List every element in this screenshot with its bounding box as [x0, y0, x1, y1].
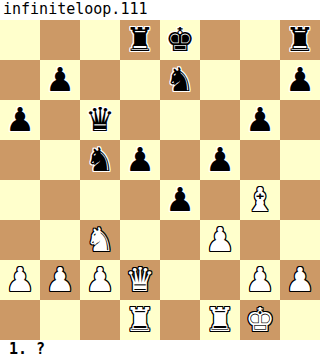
square-b5[interactable] [40, 140, 80, 180]
square-h2[interactable]: ♟ [280, 260, 320, 300]
square-h8[interactable]: ♜ [280, 20, 320, 60]
square-g6[interactable]: ♟ [240, 100, 280, 140]
piece-black-pawn[interactable]: ♟ [165, 180, 195, 220]
chess-board: ♜♚♜♟♞♟♟♛♟♞♟♟♟♝♞♟♟♟♟♛♟♟♜♜♚ [0, 20, 320, 340]
square-c7[interactable] [80, 60, 120, 100]
piece-white-queen[interactable]: ♛ [125, 260, 155, 300]
square-d6[interactable] [120, 100, 160, 140]
square-h4[interactable] [280, 180, 320, 220]
square-g5[interactable] [240, 140, 280, 180]
piece-white-bishop[interactable]: ♝ [245, 180, 275, 220]
piece-white-pawn[interactable]: ♟ [205, 220, 235, 260]
square-e8[interactable]: ♚ [160, 20, 200, 60]
square-a1[interactable] [0, 300, 40, 340]
square-b4[interactable] [40, 180, 80, 220]
square-b6[interactable] [40, 100, 80, 140]
square-d5[interactable]: ♟ [120, 140, 160, 180]
square-h5[interactable] [280, 140, 320, 180]
square-h3[interactable] [280, 220, 320, 260]
piece-black-king[interactable]: ♚ [165, 20, 195, 60]
square-b7[interactable]: ♟ [40, 60, 80, 100]
square-b8[interactable] [40, 20, 80, 60]
piece-white-king[interactable]: ♚ [245, 300, 275, 340]
square-a2[interactable]: ♟ [0, 260, 40, 300]
square-c8[interactable] [80, 20, 120, 60]
piece-white-pawn[interactable]: ♟ [245, 260, 275, 300]
square-h1[interactable] [280, 300, 320, 340]
square-d7[interactable] [120, 60, 160, 100]
piece-black-knight[interactable]: ♞ [165, 60, 195, 100]
square-e4[interactable]: ♟ [160, 180, 200, 220]
square-e3[interactable] [160, 220, 200, 260]
square-e2[interactable] [160, 260, 200, 300]
square-h6[interactable] [280, 100, 320, 140]
square-f5[interactable]: ♟ [200, 140, 240, 180]
square-g1[interactable]: ♚ [240, 300, 280, 340]
square-g4[interactable]: ♝ [240, 180, 280, 220]
square-f3[interactable]: ♟ [200, 220, 240, 260]
square-f4[interactable] [200, 180, 240, 220]
square-g2[interactable]: ♟ [240, 260, 280, 300]
square-e5[interactable] [160, 140, 200, 180]
square-e6[interactable] [160, 100, 200, 140]
piece-white-rook[interactable]: ♜ [205, 300, 235, 340]
square-c2[interactable]: ♟ [80, 260, 120, 300]
piece-white-pawn[interactable]: ♟ [5, 260, 35, 300]
square-e7[interactable]: ♞ [160, 60, 200, 100]
square-d3[interactable] [120, 220, 160, 260]
square-f8[interactable] [200, 20, 240, 60]
piece-white-knight[interactable]: ♞ [85, 220, 115, 260]
square-a6[interactable]: ♟ [0, 100, 40, 140]
square-c1[interactable] [80, 300, 120, 340]
square-f7[interactable] [200, 60, 240, 100]
piece-black-pawn[interactable]: ♟ [5, 100, 35, 140]
piece-white-rook[interactable]: ♜ [125, 300, 155, 340]
square-g7[interactable] [240, 60, 280, 100]
square-a7[interactable] [0, 60, 40, 100]
square-f2[interactable] [200, 260, 240, 300]
piece-black-pawn[interactable]: ♟ [125, 140, 155, 180]
piece-black-rook[interactable]: ♜ [125, 20, 155, 60]
piece-white-pawn[interactable]: ♟ [45, 260, 75, 300]
square-c4[interactable] [80, 180, 120, 220]
square-f1[interactable]: ♜ [200, 300, 240, 340]
piece-black-pawn[interactable]: ♟ [205, 140, 235, 180]
piece-black-queen[interactable]: ♛ [85, 100, 115, 140]
square-d4[interactable] [120, 180, 160, 220]
piece-black-rook[interactable]: ♜ [285, 20, 315, 60]
square-e1[interactable] [160, 300, 200, 340]
square-b3[interactable] [40, 220, 80, 260]
square-d2[interactable]: ♛ [120, 260, 160, 300]
piece-black-pawn[interactable]: ♟ [45, 60, 75, 100]
piece-black-knight[interactable]: ♞ [85, 140, 115, 180]
square-g3[interactable] [240, 220, 280, 260]
piece-black-pawn[interactable]: ♟ [245, 100, 275, 140]
square-a5[interactable] [0, 140, 40, 180]
square-c6[interactable]: ♛ [80, 100, 120, 140]
puzzle-title: infiniteloop.111 [0, 0, 320, 20]
move-prompt: 1. ? [0, 340, 320, 360]
square-f6[interactable] [200, 100, 240, 140]
square-d1[interactable]: ♜ [120, 300, 160, 340]
square-g8[interactable] [240, 20, 280, 60]
square-c5[interactable]: ♞ [80, 140, 120, 180]
square-a4[interactable] [0, 180, 40, 220]
piece-white-pawn[interactable]: ♟ [285, 260, 315, 300]
square-c3[interactable]: ♞ [80, 220, 120, 260]
square-b2[interactable]: ♟ [40, 260, 80, 300]
square-b1[interactable] [40, 300, 80, 340]
square-a3[interactable] [0, 220, 40, 260]
square-d8[interactable]: ♜ [120, 20, 160, 60]
square-h7[interactable]: ♟ [280, 60, 320, 100]
piece-black-pawn[interactable]: ♟ [285, 60, 315, 100]
piece-white-pawn[interactable]: ♟ [85, 260, 115, 300]
square-a8[interactable] [0, 20, 40, 60]
